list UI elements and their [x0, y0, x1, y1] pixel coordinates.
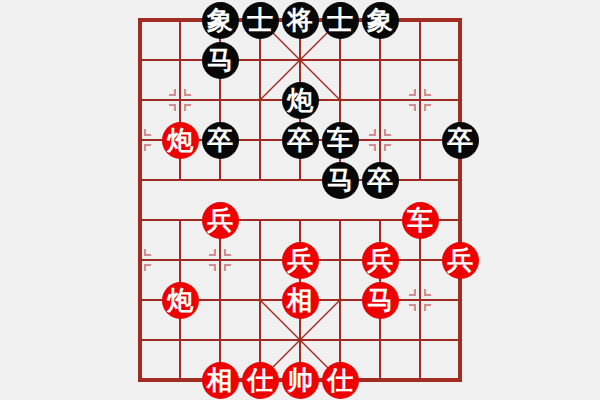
- red-general-glyph: 帅: [282, 362, 319, 399]
- black-elephant-glyph: 象: [202, 2, 239, 39]
- piece-black-advisor-f1[interactable]: 士: [320, 0, 360, 40]
- black-elephant-glyph: 象: [362, 2, 399, 39]
- xiangqi-board: 象士将士象马炮炮卒卒车卒马卒兵车兵兵兵炮相马相仕帅仕: [0, 0, 600, 400]
- black-soldier-glyph: 卒: [202, 122, 239, 159]
- piece-red-cannon-b8[interactable]: 炮: [160, 280, 200, 320]
- black-soldier-glyph: 卒: [442, 122, 479, 159]
- piece-black-chariot-f4[interactable]: 车: [320, 120, 360, 160]
- red-soldier-glyph: 兵: [362, 242, 399, 279]
- red-horse-glyph: 马: [362, 282, 399, 319]
- black-advisor-glyph: 士: [242, 2, 279, 39]
- red-elephant-glyph: 相: [282, 282, 319, 319]
- black-advisor-glyph: 士: [322, 2, 359, 39]
- piece-red-soldier-e7[interactable]: 兵: [280, 240, 320, 280]
- piece-black-advisor-d1[interactable]: 士: [240, 0, 280, 40]
- black-horse-glyph: 马: [202, 42, 239, 79]
- red-cannon-glyph: 炮: [162, 282, 199, 319]
- piece-black-soldier-g5[interactable]: 卒: [360, 160, 400, 200]
- black-horse-glyph: 马: [322, 162, 359, 199]
- piece-black-elephant-g1[interactable]: 象: [360, 0, 400, 40]
- piece-black-horse-f5[interactable]: 马: [320, 160, 360, 200]
- piece-red-general-e10[interactable]: 帅: [280, 360, 320, 400]
- red-soldier-glyph: 兵: [442, 242, 479, 279]
- piece-red-advisor-d10[interactable]: 仕: [240, 360, 280, 400]
- black-chariot-glyph: 车: [322, 122, 359, 159]
- black-general-glyph: 将: [282, 2, 319, 39]
- piece-red-soldier-i7[interactable]: 兵: [440, 240, 480, 280]
- piece-red-soldier-c6[interactable]: 兵: [200, 200, 240, 240]
- red-soldier-glyph: 兵: [202, 202, 239, 239]
- black-soldier-glyph: 卒: [282, 122, 319, 159]
- piece-red-soldier-g7[interactable]: 兵: [360, 240, 400, 280]
- piece-black-elephant-c1[interactable]: 象: [200, 0, 240, 40]
- piece-red-horse-g8[interactable]: 马: [360, 280, 400, 320]
- red-soldier-glyph: 兵: [282, 242, 319, 279]
- red-advisor-glyph: 仕: [242, 362, 279, 399]
- piece-red-elephant-e8[interactable]: 相: [280, 280, 320, 320]
- piece-red-elephant-c10[interactable]: 相: [200, 360, 240, 400]
- piece-black-soldier-i4[interactable]: 卒: [440, 120, 480, 160]
- piece-red-cannon-b4[interactable]: 炮: [160, 120, 200, 160]
- piece-grid: 象士将士象马炮炮卒卒车卒马卒兵车兵兵兵炮相马相仕帅仕: [120, 0, 480, 400]
- piece-black-soldier-e4[interactable]: 卒: [280, 120, 320, 160]
- piece-black-horse-c2[interactable]: 马: [200, 40, 240, 80]
- red-chariot-glyph: 车: [402, 202, 439, 239]
- red-cannon-glyph: 炮: [162, 122, 199, 159]
- piece-red-chariot-h6[interactable]: 车: [400, 200, 440, 240]
- red-elephant-glyph: 相: [202, 362, 239, 399]
- piece-black-soldier-c4[interactable]: 卒: [200, 120, 240, 160]
- piece-red-advisor-f10[interactable]: 仕: [320, 360, 360, 400]
- black-soldier-glyph: 卒: [362, 162, 399, 199]
- piece-black-general-e1[interactable]: 将: [280, 0, 320, 40]
- red-advisor-glyph: 仕: [322, 362, 359, 399]
- black-cannon-glyph: 炮: [282, 82, 319, 119]
- piece-black-cannon-e3[interactable]: 炮: [280, 80, 320, 120]
